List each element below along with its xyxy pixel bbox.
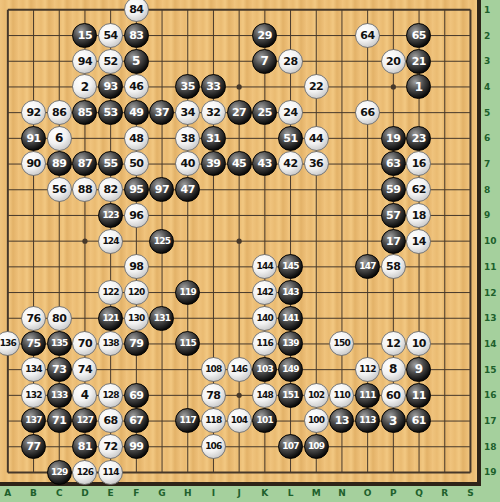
stone-black-89-C7[interactable]: 89	[47, 151, 72, 176]
stone-black-125-G10[interactable]: 125	[149, 229, 174, 254]
stone-white-68-E17[interactable]: 68	[98, 408, 123, 433]
move-number: 32	[206, 107, 220, 118]
stone-white-70-D14[interactable]: 70	[72, 331, 97, 356]
move-number: 119	[179, 287, 195, 296]
stone-black-97-G8[interactable]: 97	[149, 177, 174, 202]
stone-white-92-B5[interactable]: 92	[21, 100, 46, 125]
stone-white-46-F4[interactable]: 46	[124, 74, 149, 99]
stone-black-15-D2[interactable]: 15	[72, 23, 97, 48]
move-number: 122	[102, 287, 118, 296]
move-number: 55	[103, 158, 117, 169]
move-number: 60	[386, 389, 400, 400]
stone-black-131-G13[interactable]: 131	[149, 306, 174, 331]
row-label-2: 2	[484, 31, 490, 41]
move-number: 135	[51, 339, 67, 348]
stone-black-95-F8[interactable]: 95	[124, 177, 149, 202]
move-number: 127	[77, 416, 93, 425]
move-number: 74	[78, 363, 92, 374]
move-number: 69	[129, 389, 143, 400]
stone-black-51-L6[interactable]: 51	[278, 126, 303, 151]
stone-black-1-Q4[interactable]: 1	[406, 74, 431, 99]
stone-black-11-Q16[interactable]: 11	[406, 383, 431, 408]
stone-white-62-Q8[interactable]: 62	[406, 177, 431, 202]
move-number: 54	[103, 30, 117, 41]
stone-white-94-D3[interactable]: 94	[72, 49, 97, 74]
stone-white-38-H6[interactable]: 38	[175, 126, 200, 151]
row-label-19: 19	[484, 467, 497, 477]
stone-black-61-Q17[interactable]: 61	[406, 408, 431, 433]
stone-white-10-Q14[interactable]: 10	[406, 331, 431, 356]
column-label-B: B	[30, 488, 37, 498]
stone-white-114-E19[interactable]: 114	[98, 460, 123, 485]
stone-black-99-F18[interactable]: 99	[124, 434, 149, 459]
stone-black-133-C16[interactable]: 133	[47, 383, 72, 408]
stone-black-121-E13[interactable]: 121	[98, 306, 123, 331]
column-label-I: I	[212, 488, 215, 498]
move-number: 9	[415, 363, 423, 375]
stone-white-48-F6[interactable]: 48	[124, 126, 149, 151]
stone-white-28-L3[interactable]: 28	[278, 49, 303, 74]
move-number: 59	[386, 184, 400, 195]
stone-white-122-E12[interactable]: 122	[98, 280, 123, 305]
stone-black-115-H14[interactable]: 115	[175, 331, 200, 356]
move-number: 146	[231, 364, 247, 373]
row-label-7: 7	[484, 159, 490, 169]
move-number: 53	[103, 107, 117, 118]
move-number: 70	[78, 338, 92, 349]
move-number: 2	[81, 80, 89, 92]
column-label-J: J	[237, 488, 240, 498]
stone-white-64-O2[interactable]: 64	[355, 23, 380, 48]
stone-white-54-E2[interactable]: 54	[98, 23, 123, 48]
move-number: 51	[283, 132, 297, 143]
column-label-Q: Q	[415, 488, 423, 498]
move-number: 89	[52, 158, 66, 169]
move-number: 58	[386, 261, 400, 272]
row-label-17: 17	[484, 416, 497, 426]
stone-white-82-E8[interactable]: 82	[98, 177, 123, 202]
move-number: 65	[412, 30, 426, 41]
stone-white-4-D16[interactable]: 4	[72, 383, 97, 408]
stone-black-119-H12[interactable]: 119	[175, 280, 200, 305]
row-label-8: 8	[484, 185, 490, 195]
stone-white-2-D4[interactable]: 2	[72, 74, 97, 99]
stone-white-50-F7[interactable]: 50	[124, 151, 149, 176]
move-number: 110	[334, 390, 350, 399]
row-label-10: 10	[484, 236, 497, 246]
move-number: 7	[261, 55, 269, 67]
stone-black-137-B17[interactable]: 137	[21, 408, 46, 433]
stone-black-123-E9[interactable]: 123	[98, 203, 123, 228]
row-label-12: 12	[484, 288, 497, 298]
move-number: 141	[282, 313, 298, 322]
move-number: 75	[26, 338, 40, 349]
stone-black-129-C19[interactable]: 129	[47, 460, 72, 485]
stone-white-104-J17[interactable]: 104	[227, 408, 252, 433]
stone-white-78-I16[interactable]: 78	[201, 383, 226, 408]
row-label-4: 4	[484, 82, 490, 92]
move-number: 18	[412, 209, 426, 220]
move-number: 28	[283, 55, 297, 66]
stone-white-132-B16[interactable]: 132	[21, 383, 46, 408]
row-label-15: 15	[484, 365, 497, 375]
stone-white-90-B7[interactable]: 90	[21, 151, 46, 176]
stone-white-44-M6[interactable]: 44	[304, 126, 329, 151]
row-label-9: 9	[484, 210, 490, 220]
move-number: 85	[78, 107, 92, 118]
move-number: 113	[359, 416, 375, 425]
stone-black-91-B6[interactable]: 91	[21, 126, 46, 151]
column-label-C: C	[56, 488, 63, 498]
stone-white-148-K16[interactable]: 148	[252, 383, 277, 408]
stone-white-98-F11[interactable]: 98	[124, 254, 149, 279]
board-grid: 8415548329646594525728202129346353322192…	[0, 0, 483, 485]
stone-white-20-P3[interactable]: 20	[381, 49, 406, 74]
move-number: 101	[257, 416, 273, 425]
move-number: 139	[282, 339, 298, 348]
move-number: 131	[154, 313, 170, 322]
move-number: 47	[181, 184, 195, 195]
row-label-14: 14	[484, 339, 497, 349]
stone-black-19-P6[interactable]: 19	[381, 126, 406, 151]
stone-white-144-K11[interactable]: 144	[252, 254, 277, 279]
stone-black-141-L13[interactable]: 141	[278, 306, 303, 331]
stone-black-127-D17[interactable]: 127	[72, 408, 97, 433]
move-number: 56	[52, 184, 66, 195]
move-number: 80	[52, 312, 66, 323]
move-number: 88	[78, 184, 92, 195]
move-number: 45	[232, 158, 246, 169]
stone-white-52-E3[interactable]: 52	[98, 49, 123, 74]
stone-black-113-O17[interactable]: 113	[355, 408, 380, 433]
stone-white-108-I15[interactable]: 108	[201, 357, 226, 382]
stone-black-53-E5[interactable]: 53	[98, 100, 123, 125]
stone-white-142-K12[interactable]: 142	[252, 280, 277, 305]
stone-black-21-Q3[interactable]: 21	[406, 49, 431, 74]
stone-white-96-F9[interactable]: 96	[124, 203, 149, 228]
move-number: 14	[412, 235, 426, 246]
stone-white-24-L5[interactable]: 24	[278, 100, 303, 125]
row-label-18: 18	[484, 442, 497, 452]
move-number: 136	[0, 339, 16, 348]
column-label-D: D	[81, 488, 88, 498]
move-number: 27	[232, 107, 246, 118]
move-number: 150	[334, 339, 350, 348]
stone-white-36-M7[interactable]: 36	[304, 151, 329, 176]
stone-black-79-F14[interactable]: 79	[124, 331, 149, 356]
stone-white-146-J15[interactable]: 146	[227, 357, 252, 382]
move-number: 117	[179, 416, 195, 425]
stone-black-29-K2[interactable]: 29	[252, 23, 277, 48]
stone-white-16-Q7[interactable]: 16	[406, 151, 431, 176]
move-number: 64	[360, 30, 374, 41]
stone-white-32-I5[interactable]: 32	[201, 100, 226, 125]
stone-black-23-Q6[interactable]: 23	[406, 126, 431, 151]
move-number: 100	[308, 416, 324, 425]
move-number: 99	[129, 441, 143, 452]
column-label-A: A	[4, 488, 11, 498]
stone-white-118-I17[interactable]: 118	[201, 408, 226, 433]
move-number: 128	[102, 390, 118, 399]
stone-white-56-C8[interactable]: 56	[47, 177, 72, 202]
move-number: 39	[206, 158, 220, 169]
move-number: 149	[282, 364, 298, 373]
move-number: 37	[155, 107, 169, 118]
stone-white-60-P16[interactable]: 60	[381, 383, 406, 408]
stone-black-13-N17[interactable]: 13	[329, 408, 354, 433]
move-number: 77	[26, 441, 40, 452]
move-number: 98	[129, 261, 143, 272]
stone-black-93-E4[interactable]: 93	[98, 74, 123, 99]
stone-white-86-C5[interactable]: 86	[47, 100, 72, 125]
column-label-K: K	[261, 488, 268, 498]
stone-black-75-B14[interactable]: 75	[21, 331, 46, 356]
stone-white-6-C6[interactable]: 6	[47, 126, 72, 151]
move-number: 121	[102, 313, 118, 322]
move-number: 151	[282, 390, 298, 399]
column-label-M: M	[312, 488, 321, 498]
move-number: 103	[257, 364, 273, 373]
stone-black-45-J7[interactable]: 45	[227, 151, 252, 176]
move-number: 137	[25, 416, 41, 425]
stone-white-8-P15[interactable]: 8	[381, 357, 406, 382]
move-number: 134	[25, 364, 41, 373]
move-number: 48	[129, 132, 143, 143]
move-number: 144	[257, 262, 273, 271]
stone-black-59-P8[interactable]: 59	[381, 177, 406, 202]
go-diagram: 8415548329646594525728202129346353322192…	[0, 0, 500, 502]
stone-black-87-D7[interactable]: 87	[72, 151, 97, 176]
stone-white-136-A14[interactable]: 136	[0, 331, 20, 356]
move-number: 126	[77, 467, 93, 476]
move-number: 94	[78, 55, 92, 66]
stone-black-81-D18[interactable]: 81	[72, 434, 97, 459]
move-number: 17	[386, 235, 400, 246]
stone-black-107-L18[interactable]: 107	[278, 434, 303, 459]
move-number: 132	[25, 390, 41, 399]
stone-white-134-B15[interactable]: 134	[21, 357, 46, 382]
stone-white-116-K14[interactable]: 116	[252, 331, 277, 356]
stone-white-128-E16[interactable]: 128	[98, 383, 123, 408]
stone-black-139-L14[interactable]: 139	[278, 331, 303, 356]
move-number: 115	[179, 339, 195, 348]
move-number: 8	[389, 363, 397, 375]
stone-white-72-E18[interactable]: 72	[98, 434, 123, 459]
move-number: 66	[360, 107, 374, 118]
move-number: 107	[282, 442, 298, 451]
move-number: 21	[412, 55, 426, 66]
move-number: 1	[415, 80, 423, 92]
stone-white-150-N14[interactable]: 150	[329, 331, 354, 356]
stone-black-55-E7[interactable]: 55	[98, 151, 123, 176]
move-number: 116	[257, 339, 273, 348]
move-number: 82	[103, 184, 117, 195]
move-number: 84	[129, 4, 143, 15]
move-number: 73	[52, 363, 66, 374]
stone-black-147-O11[interactable]: 147	[355, 254, 380, 279]
column-label-S: S	[467, 488, 473, 498]
move-number: 118	[205, 416, 221, 425]
move-number: 35	[181, 81, 195, 92]
move-number: 33	[206, 81, 220, 92]
stone-black-117-H17[interactable]: 117	[175, 408, 200, 433]
stone-black-83-F2[interactable]: 83	[124, 23, 149, 48]
stone-white-100-M17[interactable]: 100	[304, 408, 329, 433]
stone-white-140-K13[interactable]: 140	[252, 306, 277, 331]
stone-black-69-F16[interactable]: 69	[124, 383, 149, 408]
move-number: 38	[181, 132, 195, 143]
stone-black-135-C14[interactable]: 135	[47, 331, 72, 356]
stone-black-149-L15[interactable]: 149	[278, 357, 303, 382]
column-label-R: R	[441, 488, 448, 498]
move-number: 76	[26, 312, 40, 323]
stone-white-112-O15[interactable]: 112	[355, 357, 380, 382]
move-number: 109	[308, 442, 324, 451]
stone-black-35-H4[interactable]: 35	[175, 74, 200, 99]
move-number: 16	[412, 158, 426, 169]
stone-white-40-H7[interactable]: 40	[175, 151, 200, 176]
row-label-6: 6	[484, 133, 490, 143]
move-number: 104	[231, 416, 247, 425]
move-number: 23	[412, 132, 426, 143]
move-number: 67	[129, 415, 143, 426]
stone-black-3-P17[interactable]: 3	[381, 408, 406, 433]
stone-black-143-L12[interactable]: 143	[278, 280, 303, 305]
move-number: 95	[129, 184, 143, 195]
move-number: 81	[78, 441, 92, 452]
move-number: 130	[128, 313, 144, 322]
stone-black-151-L16[interactable]: 151	[278, 383, 303, 408]
move-number: 145	[282, 262, 298, 271]
stone-white-138-E14[interactable]: 138	[98, 331, 123, 356]
move-number: 20	[386, 55, 400, 66]
column-label-O: O	[364, 488, 372, 498]
move-number: 50	[129, 158, 143, 169]
stone-black-17-P10[interactable]: 17	[381, 229, 406, 254]
move-number: 10	[412, 338, 426, 349]
move-number: 43	[258, 158, 272, 169]
stone-black-39-I7[interactable]: 39	[201, 151, 226, 176]
stone-white-34-H5[interactable]: 34	[175, 100, 200, 125]
stone-black-67-F17[interactable]: 67	[124, 408, 149, 433]
stone-white-18-Q9[interactable]: 18	[406, 203, 431, 228]
stone-white-74-D15[interactable]: 74	[72, 357, 97, 382]
stone-white-42-L7[interactable]: 42	[278, 151, 303, 176]
column-coordinate-strip: ABCDEFGHIJKLMNOPQRS	[0, 486, 500, 502]
move-number: 108	[205, 364, 221, 373]
stone-black-47-H8[interactable]: 47	[175, 177, 200, 202]
stone-white-12-P14[interactable]: 12	[381, 331, 406, 356]
move-number: 138	[102, 339, 118, 348]
row-label-3: 3	[484, 56, 490, 66]
move-number: 86	[52, 107, 66, 118]
stone-white-66-O5[interactable]: 66	[355, 100, 380, 125]
move-number: 71	[52, 415, 66, 426]
stone-black-77-B18[interactable]: 77	[21, 434, 46, 459]
stone-black-73-C15[interactable]: 73	[47, 357, 72, 382]
move-number: 96	[129, 209, 143, 220]
stone-black-85-D5[interactable]: 85	[72, 100, 97, 125]
move-number: 44	[309, 132, 323, 143]
stone-white-80-C13[interactable]: 80	[47, 306, 72, 331]
stone-white-126-D19[interactable]: 126	[72, 460, 97, 485]
move-number: 106	[205, 442, 221, 451]
move-number: 97	[155, 184, 169, 195]
stone-white-76-B13[interactable]: 76	[21, 306, 46, 331]
stone-white-14-Q10[interactable]: 14	[406, 229, 431, 254]
move-number: 57	[386, 209, 400, 220]
move-number: 61	[412, 415, 426, 426]
move-number: 4	[81, 389, 89, 401]
move-number: 114	[102, 467, 118, 476]
stone-white-88-D8[interactable]: 88	[72, 177, 97, 202]
stone-black-101-K17[interactable]: 101	[252, 408, 277, 433]
stone-black-103-K15[interactable]: 103	[252, 357, 277, 382]
stone-black-71-C17[interactable]: 71	[47, 408, 72, 433]
stone-white-106-I18[interactable]: 106	[201, 434, 226, 459]
stone-white-102-M16[interactable]: 102	[304, 383, 329, 408]
stone-black-27-J5[interactable]: 27	[227, 100, 252, 125]
row-label-13: 13	[484, 313, 497, 323]
move-number: 91	[26, 132, 40, 143]
move-number: 129	[51, 467, 67, 476]
move-number: 42	[283, 158, 297, 169]
move-number: 24	[283, 107, 297, 118]
stone-black-57-P9[interactable]: 57	[381, 203, 406, 228]
stone-black-111-O16[interactable]: 111	[355, 383, 380, 408]
stone-black-109-M18[interactable]: 109	[304, 434, 329, 459]
stone-black-9-Q15[interactable]: 9	[406, 357, 431, 382]
stone-white-58-P11[interactable]: 58	[381, 254, 406, 279]
stone-black-31-I6[interactable]: 31	[201, 126, 226, 151]
stone-black-37-G5[interactable]: 37	[149, 100, 174, 125]
move-number: 12	[386, 338, 400, 349]
column-label-H: H	[184, 488, 192, 498]
stone-white-130-F13[interactable]: 130	[124, 306, 149, 331]
row-coordinate-strip: 12345678910111213141516171819	[481, 0, 500, 486]
move-number: 92	[26, 107, 40, 118]
stone-black-65-Q2[interactable]: 65	[406, 23, 431, 48]
stone-black-43-K7[interactable]: 43	[252, 151, 277, 176]
move-number: 5	[132, 55, 140, 67]
move-number: 15	[78, 30, 92, 41]
stone-black-7-K3[interactable]: 7	[252, 49, 277, 74]
row-label-5: 5	[484, 108, 490, 118]
stone-black-63-P7[interactable]: 63	[381, 151, 406, 176]
row-label-11: 11	[484, 262, 497, 272]
move-number: 142	[257, 287, 273, 296]
move-number: 125	[154, 236, 170, 245]
move-number: 6	[55, 132, 63, 144]
stone-black-145-L11[interactable]: 145	[278, 254, 303, 279]
stone-white-110-N16[interactable]: 110	[329, 383, 354, 408]
move-number: 52	[103, 55, 117, 66]
stone-black-33-I4[interactable]: 33	[201, 74, 226, 99]
move-number: 22	[309, 81, 323, 92]
stone-white-84-F1[interactable]: 84	[124, 0, 149, 22]
stone-black-49-F5[interactable]: 49	[124, 100, 149, 125]
stone-black-5-F3[interactable]: 5	[124, 49, 149, 74]
stone-black-25-K5[interactable]: 25	[252, 100, 277, 125]
move-number: 123	[102, 210, 118, 219]
move-number: 34	[181, 107, 195, 118]
move-number: 78	[206, 389, 220, 400]
stone-white-124-E10[interactable]: 124	[98, 229, 123, 254]
stone-white-22-M4[interactable]: 22	[304, 74, 329, 99]
column-label-L: L	[288, 488, 294, 498]
move-number: 133	[51, 390, 67, 399]
stone-white-120-F12[interactable]: 120	[124, 280, 149, 305]
